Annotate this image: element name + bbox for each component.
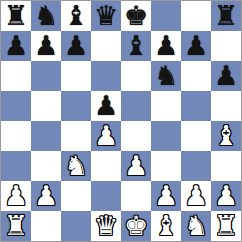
square-d4[interactable]: ♟ — [91, 121, 121, 151]
square-g2[interactable]: ♟ — [181, 181, 211, 211]
square-f3[interactable] — [151, 151, 181, 181]
square-a8[interactable]: ♜ — [1, 1, 31, 31]
square-a3[interactable] — [1, 151, 31, 181]
square-e8[interactable]: ♚ — [121, 1, 151, 31]
piece-white-king[interactable]: ♚ — [124, 211, 148, 241]
square-h1[interactable]: ♜ — [211, 211, 241, 241]
square-g4[interactable] — [181, 121, 211, 151]
piece-black-knight[interactable]: ♞ — [34, 1, 58, 31]
square-e1[interactable]: ♚ — [121, 211, 151, 241]
piece-black-knight[interactable]: ♞ — [154, 61, 178, 91]
square-c7[interactable]: ♟ — [61, 31, 91, 61]
square-a7[interactable]: ♟ — [1, 31, 31, 61]
square-b3[interactable] — [31, 151, 61, 181]
square-h8[interactable]: ♜ — [211, 1, 241, 31]
square-g6[interactable] — [181, 61, 211, 91]
piece-white-bishop[interactable]: ♝ — [214, 121, 238, 151]
piece-white-pawn[interactable]: ♟ — [154, 181, 178, 211]
piece-white-bishop[interactable]: ♝ — [154, 211, 178, 241]
piece-white-knight[interactable]: ♞ — [64, 151, 88, 181]
piece-black-pawn[interactable]: ♟ — [184, 31, 208, 61]
piece-black-king[interactable]: ♚ — [124, 1, 148, 31]
piece-black-pawn[interactable]: ♟ — [214, 61, 238, 91]
square-b5[interactable] — [31, 91, 61, 121]
square-c5[interactable] — [61, 91, 91, 121]
piece-black-bishop[interactable]: ♝ — [124, 31, 148, 61]
piece-black-pawn[interactable]: ♟ — [34, 31, 58, 61]
square-e5[interactable] — [121, 91, 151, 121]
square-d2[interactable] — [91, 181, 121, 211]
square-e7[interactable]: ♝ — [121, 31, 151, 61]
square-g7[interactable]: ♟ — [181, 31, 211, 61]
square-d7[interactable] — [91, 31, 121, 61]
square-f4[interactable] — [151, 121, 181, 151]
square-h5[interactable] — [211, 91, 241, 121]
chess-board: ♜♞♝♛♚♜♟♟♟♝♟♟♞♟♟♟♝♞♟♟♟♟♟♟♜♛♚♝♞♜ — [0, 0, 242, 242]
piece-white-pawn[interactable]: ♟ — [184, 181, 208, 211]
square-c3[interactable]: ♞ — [61, 151, 91, 181]
piece-white-pawn[interactable]: ♟ — [124, 151, 148, 181]
square-c8[interactable]: ♝ — [61, 1, 91, 31]
square-c4[interactable] — [61, 121, 91, 151]
square-g8[interactable] — [181, 1, 211, 31]
square-b2[interactable]: ♟ — [31, 181, 61, 211]
square-f5[interactable] — [151, 91, 181, 121]
square-d1[interactable]: ♛ — [91, 211, 121, 241]
square-d3[interactable] — [91, 151, 121, 181]
square-h3[interactable] — [211, 151, 241, 181]
square-c1[interactable] — [61, 211, 91, 241]
square-a2[interactable]: ♟ — [1, 181, 31, 211]
square-b6[interactable] — [31, 61, 61, 91]
square-d8[interactable]: ♛ — [91, 1, 121, 31]
square-g5[interactable] — [181, 91, 211, 121]
square-b4[interactable] — [31, 121, 61, 151]
square-b7[interactable]: ♟ — [31, 31, 61, 61]
square-h4[interactable]: ♝ — [211, 121, 241, 151]
square-d5[interactable]: ♟ — [91, 91, 121, 121]
piece-black-pawn[interactable]: ♟ — [94, 91, 118, 121]
square-g3[interactable] — [181, 151, 211, 181]
square-f1[interactable]: ♝ — [151, 211, 181, 241]
square-f7[interactable]: ♟ — [151, 31, 181, 61]
square-e6[interactable] — [121, 61, 151, 91]
square-e3[interactable]: ♟ — [121, 151, 151, 181]
piece-white-pawn[interactable]: ♟ — [214, 181, 238, 211]
piece-white-knight[interactable]: ♞ — [184, 211, 208, 241]
square-f2[interactable]: ♟ — [151, 181, 181, 211]
piece-white-pawn[interactable]: ♟ — [34, 181, 58, 211]
square-b8[interactable]: ♞ — [31, 1, 61, 31]
square-h2[interactable]: ♟ — [211, 181, 241, 211]
square-e4[interactable] — [121, 121, 151, 151]
square-g1[interactable]: ♞ — [181, 211, 211, 241]
square-f8[interactable] — [151, 1, 181, 31]
square-a4[interactable] — [1, 121, 31, 151]
piece-black-rook[interactable]: ♜ — [4, 1, 28, 31]
square-e2[interactable] — [121, 181, 151, 211]
piece-black-pawn[interactable]: ♟ — [154, 31, 178, 61]
square-a1[interactable]: ♜ — [1, 211, 31, 241]
square-f6[interactable]: ♞ — [151, 61, 181, 91]
square-b1[interactable] — [31, 211, 61, 241]
piece-white-queen[interactable]: ♛ — [94, 211, 118, 241]
piece-white-rook[interactable]: ♜ — [214, 211, 238, 241]
piece-black-pawn[interactable]: ♟ — [4, 31, 28, 61]
square-a5[interactable] — [1, 91, 31, 121]
piece-white-rook[interactable]: ♜ — [4, 211, 28, 241]
piece-white-pawn[interactable]: ♟ — [94, 121, 118, 151]
square-c2[interactable] — [61, 181, 91, 211]
piece-black-rook[interactable]: ♜ — [214, 1, 238, 31]
square-c6[interactable] — [61, 61, 91, 91]
piece-black-bishop[interactable]: ♝ — [64, 1, 88, 31]
piece-white-pawn[interactable]: ♟ — [4, 181, 28, 211]
square-d6[interactable] — [91, 61, 121, 91]
piece-black-queen[interactable]: ♛ — [94, 1, 118, 31]
piece-black-pawn[interactable]: ♟ — [64, 31, 88, 61]
square-h6[interactable]: ♟ — [211, 61, 241, 91]
square-a6[interactable] — [1, 61, 31, 91]
square-h7[interactable] — [211, 31, 241, 61]
